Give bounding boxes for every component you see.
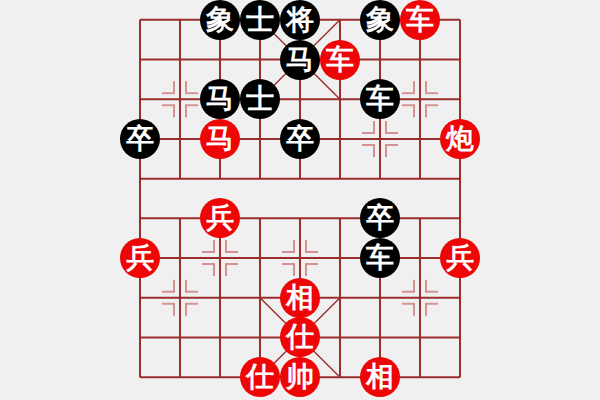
piece-red-pawn[interactable]: 兵 — [440, 238, 480, 278]
piece-black-horse[interactable]: 马 — [200, 79, 240, 119]
piece-black-elephant[interactable]: 象 — [200, 0, 240, 40]
xiangqi-app: 象士将象车马车马士车卒马卒炮兵卒兵车兵相仕仕帅相 — [0, 0, 600, 400]
piece-red-cannon[interactable]: 炮 — [440, 119, 480, 159]
piece-red-advisor[interactable]: 仕 — [280, 317, 320, 357]
piece-black-chariot[interactable]: 车 — [360, 79, 400, 119]
piece-black-advisor[interactable]: 士 — [240, 0, 280, 40]
piece-red-general[interactable]: 帅 — [280, 357, 320, 397]
piece-black-chariot[interactable]: 车 — [360, 238, 400, 278]
piece-black-pawn[interactable]: 卒 — [360, 198, 400, 238]
piece-red-horse[interactable]: 马 — [200, 119, 240, 159]
piece-red-pawn[interactable]: 兵 — [120, 238, 160, 278]
piece-black-pawn[interactable]: 卒 — [120, 119, 160, 159]
piece-red-advisor[interactable]: 仕 — [240, 357, 280, 397]
piece-black-advisor[interactable]: 士 — [240, 79, 280, 119]
piece-red-chariot[interactable]: 车 — [320, 40, 360, 80]
piece-red-chariot[interactable]: 车 — [400, 0, 440, 40]
piece-black-pawn[interactable]: 卒 — [280, 119, 320, 159]
piece-black-general[interactable]: 将 — [280, 0, 320, 40]
piece-black-elephant[interactable]: 象 — [360, 0, 400, 40]
piece-red-pawn[interactable]: 兵 — [200, 198, 240, 238]
piece-red-elephant[interactable]: 相 — [360, 357, 400, 397]
xiangqi-board: 象士将象车马车马士车卒马卒炮兵卒兵车兵相仕仕帅相 — [120, 0, 480, 397]
piece-black-horse[interactable]: 马 — [280, 40, 320, 80]
piece-red-elephant[interactable]: 相 — [280, 278, 320, 318]
